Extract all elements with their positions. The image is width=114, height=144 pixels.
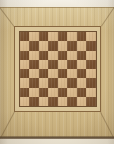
board-square[interactable]: [67, 88, 77, 97]
board-square[interactable]: [67, 78, 77, 87]
board-square[interactable]: [20, 78, 30, 87]
board-square[interactable]: [86, 60, 96, 69]
board-square[interactable]: [39, 69, 49, 78]
pinstripe-inlay-border: [14, 26, 101, 112]
board-square[interactable]: [29, 60, 39, 69]
board-square[interactable]: [48, 69, 58, 78]
board-square[interactable]: [29, 32, 39, 41]
board-square[interactable]: [39, 97, 49, 106]
board-square[interactable]: [29, 69, 39, 78]
board-square[interactable]: [86, 51, 96, 60]
board-square[interactable]: [20, 69, 30, 78]
board-square[interactable]: [67, 41, 77, 50]
board-square[interactable]: [86, 88, 96, 97]
board-square[interactable]: [77, 97, 87, 106]
board-square[interactable]: [58, 88, 68, 97]
board-square[interactable]: [86, 69, 96, 78]
board-square[interactable]: [86, 78, 96, 87]
board-square[interactable]: [29, 41, 39, 50]
board-square[interactable]: [67, 60, 77, 69]
board-square[interactable]: [58, 69, 68, 78]
board-square[interactable]: [48, 97, 58, 106]
board-square[interactable]: [20, 51, 30, 60]
board-square[interactable]: [67, 32, 77, 41]
board-square[interactable]: [39, 60, 49, 69]
board-square[interactable]: [77, 32, 87, 41]
board-photo: [0, 0, 114, 144]
chessboard[interactable]: [20, 32, 96, 106]
board-square[interactable]: [48, 41, 58, 50]
board-square[interactable]: [58, 51, 68, 60]
board-square[interactable]: [77, 88, 87, 97]
board-square[interactable]: [86, 32, 96, 41]
board-square[interactable]: [67, 69, 77, 78]
board-square[interactable]: [67, 51, 77, 60]
board-square[interactable]: [86, 41, 96, 50]
board-square[interactable]: [77, 60, 87, 69]
board-square[interactable]: [29, 88, 39, 97]
board-square[interactable]: [29, 78, 39, 87]
board-square[interactable]: [77, 41, 87, 50]
board-square[interactable]: [77, 69, 87, 78]
board-square[interactable]: [39, 78, 49, 87]
board-square[interactable]: [29, 51, 39, 60]
board-square[interactable]: [29, 97, 39, 106]
board-square[interactable]: [20, 88, 30, 97]
board-square[interactable]: [20, 60, 30, 69]
board-square[interactable]: [48, 88, 58, 97]
board-square[interactable]: [39, 41, 49, 50]
board-square[interactable]: [58, 78, 68, 87]
board-bottom-edge-shadow: [0, 136, 114, 139]
board-square[interactable]: [86, 97, 96, 106]
board-square[interactable]: [77, 51, 87, 60]
board-square[interactable]: [39, 88, 49, 97]
board-square[interactable]: [20, 41, 30, 50]
board-square[interactable]: [77, 78, 87, 87]
board-square[interactable]: [20, 97, 30, 106]
board-square[interactable]: [48, 32, 58, 41]
board-square[interactable]: [58, 60, 68, 69]
board-square[interactable]: [58, 41, 68, 50]
board-square[interactable]: [48, 78, 58, 87]
board-square[interactable]: [39, 51, 49, 60]
board-square[interactable]: [58, 97, 68, 106]
board-square[interactable]: [39, 32, 49, 41]
board-square[interactable]: [48, 60, 58, 69]
board-square[interactable]: [67, 97, 77, 106]
board-square[interactable]: [20, 32, 30, 41]
board-square[interactable]: [48, 51, 58, 60]
board-square[interactable]: [58, 32, 68, 41]
